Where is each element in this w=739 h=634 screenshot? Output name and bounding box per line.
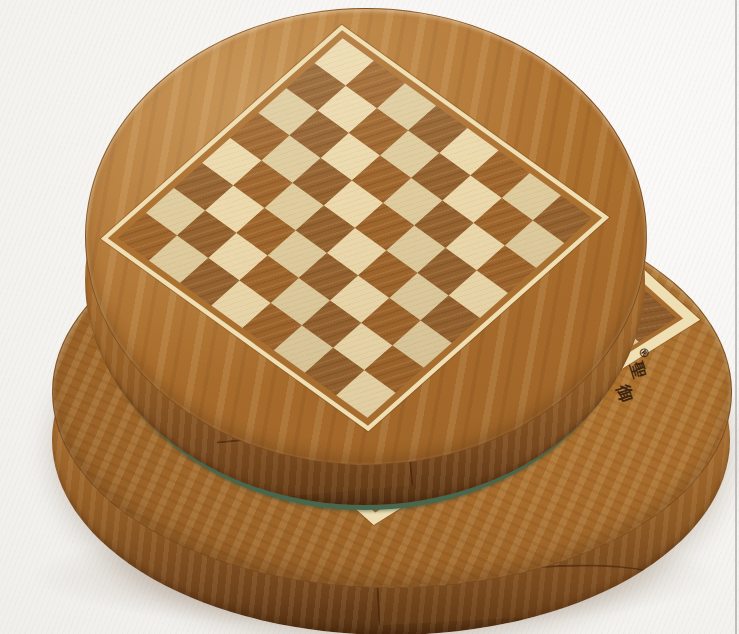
product-scene: 御 聖 ® xyxy=(0,0,739,634)
image-right-border xyxy=(735,0,737,634)
